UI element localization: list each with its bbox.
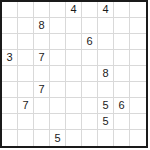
cell-r7c6[interactable] <box>82 98 98 114</box>
cell-r1c8[interactable] <box>114 2 130 18</box>
cell-r4c5[interactable] <box>66 50 82 66</box>
cell-r7c3[interactable] <box>34 98 50 114</box>
cell-r5c8[interactable] <box>114 66 130 82</box>
clue-cell-r7c8: 6 <box>114 98 130 114</box>
cell-r2c4[interactable] <box>50 18 66 34</box>
cell-r2c2[interactable] <box>18 18 34 34</box>
cell-r6c5[interactable] <box>66 82 82 98</box>
cell-r7c5[interactable] <box>66 98 82 114</box>
cell-r7c1[interactable] <box>2 98 18 114</box>
cell-r3c5[interactable] <box>66 34 82 50</box>
cell-r1c9[interactable] <box>130 2 146 18</box>
cell-r3c4[interactable] <box>50 34 66 50</box>
cell-r9c3[interactable] <box>34 130 50 146</box>
cell-r5c5[interactable] <box>66 66 82 82</box>
cell-r1c2[interactable] <box>18 2 34 18</box>
clue-cell-r5c7: 8 <box>98 66 114 82</box>
puzzle-board: 4486378775655 <box>0 0 148 148</box>
cell-r2c9[interactable] <box>130 18 146 34</box>
puzzle-grid: 4486378775655 <box>2 2 146 146</box>
cell-r4c6[interactable] <box>82 50 98 66</box>
cell-r1c6[interactable] <box>82 2 98 18</box>
cell-r9c1[interactable] <box>2 130 18 146</box>
cell-r8c3[interactable] <box>34 114 50 130</box>
cell-r5c9[interactable] <box>130 66 146 82</box>
cell-r9c2[interactable] <box>18 130 34 146</box>
cell-r3c8[interactable] <box>114 34 130 50</box>
cell-r7c4[interactable] <box>50 98 66 114</box>
cell-r8c9[interactable] <box>130 114 146 130</box>
cell-r7c9[interactable] <box>130 98 146 114</box>
cell-r6c6[interactable] <box>82 82 98 98</box>
cell-r3c7[interactable] <box>98 34 114 50</box>
cell-r5c2[interactable] <box>18 66 34 82</box>
clue-cell-r2c3: 8 <box>34 18 50 34</box>
cell-r4c9[interactable] <box>130 50 146 66</box>
cell-r9c9[interactable] <box>130 130 146 146</box>
cell-r6c8[interactable] <box>114 82 130 98</box>
cell-r2c6[interactable] <box>82 18 98 34</box>
clue-cell-r1c5: 4 <box>66 2 82 18</box>
clue-cell-r4c1: 3 <box>2 50 18 66</box>
clue-cell-r7c7: 5 <box>98 98 114 114</box>
cell-r4c7[interactable] <box>98 50 114 66</box>
cell-r8c6[interactable] <box>82 114 98 130</box>
cell-r6c4[interactable] <box>50 82 66 98</box>
cell-r3c9[interactable] <box>130 34 146 50</box>
cell-r1c3[interactable] <box>34 2 50 18</box>
cell-r4c4[interactable] <box>50 50 66 66</box>
cell-r5c6[interactable] <box>82 66 98 82</box>
cell-r5c1[interactable] <box>2 66 18 82</box>
cell-r8c8[interactable] <box>114 114 130 130</box>
cell-r9c5[interactable] <box>66 130 82 146</box>
cell-r6c2[interactable] <box>18 82 34 98</box>
clue-cell-r4c3: 7 <box>34 50 50 66</box>
cell-r8c2[interactable] <box>18 114 34 130</box>
cell-r2c8[interactable] <box>114 18 130 34</box>
clue-cell-r1c7: 4 <box>98 2 114 18</box>
cell-r3c1[interactable] <box>2 34 18 50</box>
cell-r2c1[interactable] <box>2 18 18 34</box>
cell-r5c4[interactable] <box>50 66 66 82</box>
cell-r5c3[interactable] <box>34 66 50 82</box>
cell-r9c6[interactable] <box>82 130 98 146</box>
cell-r9c8[interactable] <box>114 130 130 146</box>
cell-r1c1[interactable] <box>2 2 18 18</box>
clue-cell-r3c6: 6 <box>82 34 98 50</box>
clue-cell-r6c3: 7 <box>34 82 50 98</box>
cell-r6c7[interactable] <box>98 82 114 98</box>
cell-r4c8[interactable] <box>114 50 130 66</box>
cell-r2c7[interactable] <box>98 18 114 34</box>
cell-r3c3[interactable] <box>34 34 50 50</box>
cell-r6c1[interactable] <box>2 82 18 98</box>
cell-r3c2[interactable] <box>18 34 34 50</box>
cell-r2c5[interactable] <box>66 18 82 34</box>
clue-cell-r9c4: 5 <box>50 130 66 146</box>
cell-r8c4[interactable] <box>50 114 66 130</box>
cell-r4c2[interactable] <box>18 50 34 66</box>
cell-r1c4[interactable] <box>50 2 66 18</box>
clue-cell-r7c2: 7 <box>18 98 34 114</box>
clue-cell-r8c7: 5 <box>98 114 114 130</box>
cell-r6c9[interactable] <box>130 82 146 98</box>
cell-r8c5[interactable] <box>66 114 82 130</box>
cell-r9c7[interactable] <box>98 130 114 146</box>
cell-r8c1[interactable] <box>2 114 18 130</box>
